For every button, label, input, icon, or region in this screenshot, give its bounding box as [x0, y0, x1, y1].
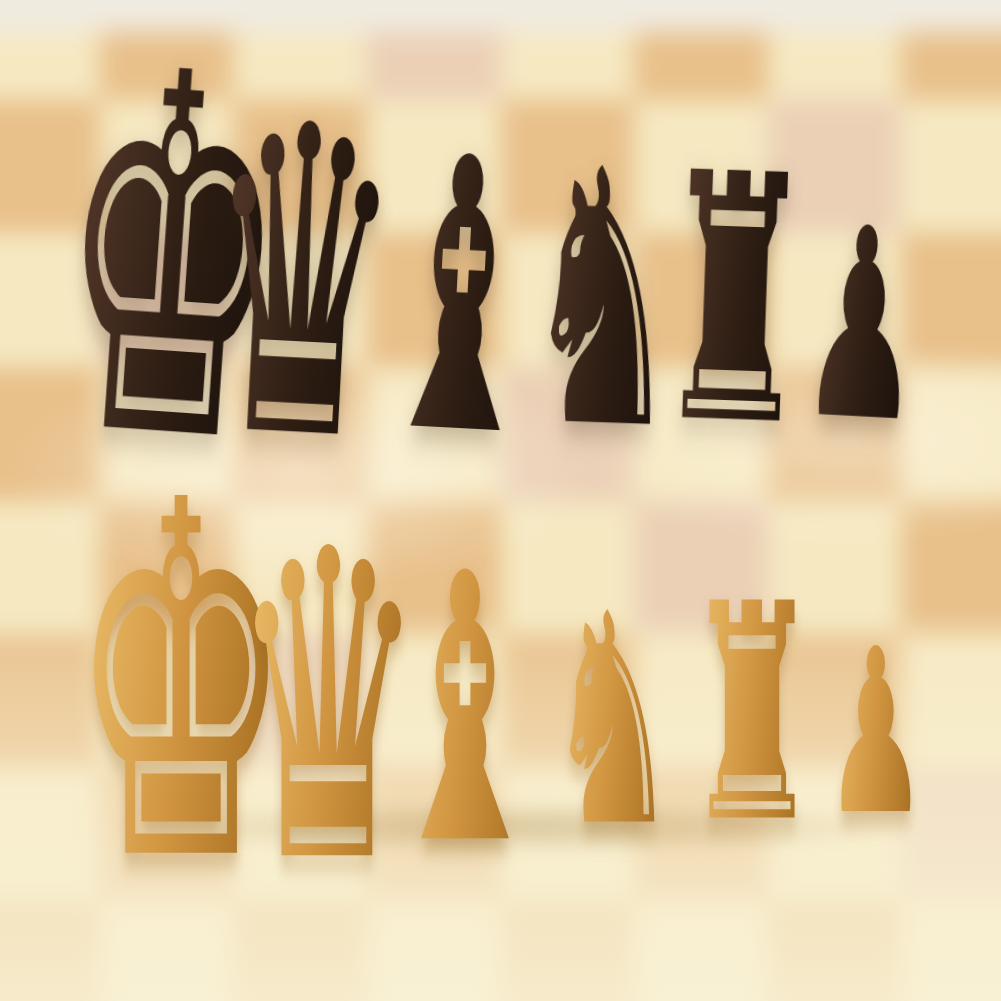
chess-set-photo: ♚ ♛ ♝ ♞ ♜ ♟ ♚ ♛ ♝ ♞ ♜ ♟: [0, 0, 1001, 1001]
light-knight-piece: ♞: [546, 576, 678, 867]
light-rook-piece: ♜: [684, 566, 820, 864]
light-pawn-piece: ♟: [824, 620, 927, 847]
light-bishop-piece: ♝: [381, 526, 549, 895]
light-pieces-row: ♚ ♛ ♝ ♞ ♜ ♟: [0, 0, 1001, 1001]
